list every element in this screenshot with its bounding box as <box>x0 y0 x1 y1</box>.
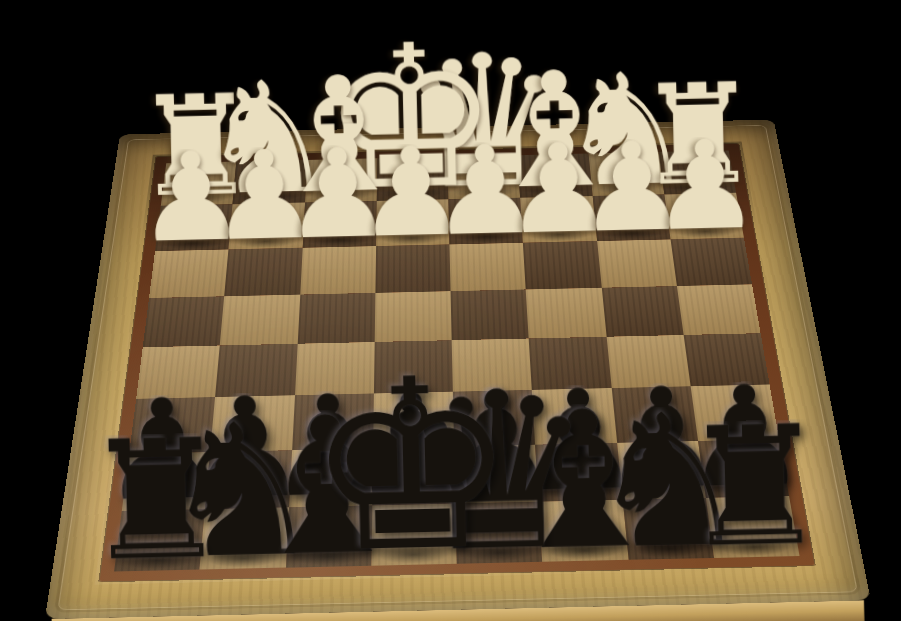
square-d3[interactable] <box>449 242 525 291</box>
square-c3[interactable] <box>523 240 601 288</box>
photo-scene: ♜♞♝♚♛♝♞♜♟♟♟♟♟♟♟♟♟♟♟♟♟♟♟♟♜♞♝♚♛♝♞♜ <box>0 0 901 621</box>
square-e8[interactable]: ♚ <box>371 503 457 565</box>
square-h3[interactable] <box>149 249 229 298</box>
piece-white-pawn[interactable]: ♟ <box>580 134 830 240</box>
board-field: ♜♞♝♚♛♝♞♜♟♟♟♟♟♟♟♟♟♟♟♟♟♟♟♟♜♞♝♚♛♝♞♜ <box>114 150 799 571</box>
square-g3[interactable] <box>224 247 302 296</box>
board-frame: ♜♞♝♚♛♝♞♜♟♟♟♟♟♟♟♟♟♟♟♟♟♟♟♟♜♞♝♚♛♝♞♜ <box>44 119 870 618</box>
square-b3[interactable] <box>596 239 676 287</box>
chessboard: ♜♞♝♚♛♝♞♜♟♟♟♟♟♟♟♟♟♟♟♟♟♟♟♟♜♞♝♚♛♝♞♜ <box>44 119 870 618</box>
square-e3[interactable] <box>375 244 450 293</box>
square-c4[interactable] <box>525 287 605 338</box>
square-h4[interactable] <box>142 296 224 347</box>
board-front-edge <box>51 600 864 621</box>
piece-black-king[interactable]: ♚ <box>265 366 558 565</box>
perspective-wrapper: ♜♞♝♚♛♝♞♜♟♟♟♟♟♟♟♟♟♟♟♟♟♟♟♟♜♞♝♚♛♝♞♜ <box>0 0 901 621</box>
square-b4[interactable] <box>601 285 683 336</box>
square-f3[interactable] <box>299 245 375 294</box>
square-g4[interactable] <box>219 294 299 345</box>
square-a2[interactable]: ♟ <box>664 192 744 238</box>
square-a4[interactable] <box>676 284 760 335</box>
camera-roll-wrapper: ♜♞♝♚♛♝♞♜♟♟♟♟♟♟♟♟♟♟♟♟♟♟♟♟♜♞♝♚♛♝♞♜ <box>0 0 901 621</box>
square-a3[interactable] <box>670 237 752 285</box>
